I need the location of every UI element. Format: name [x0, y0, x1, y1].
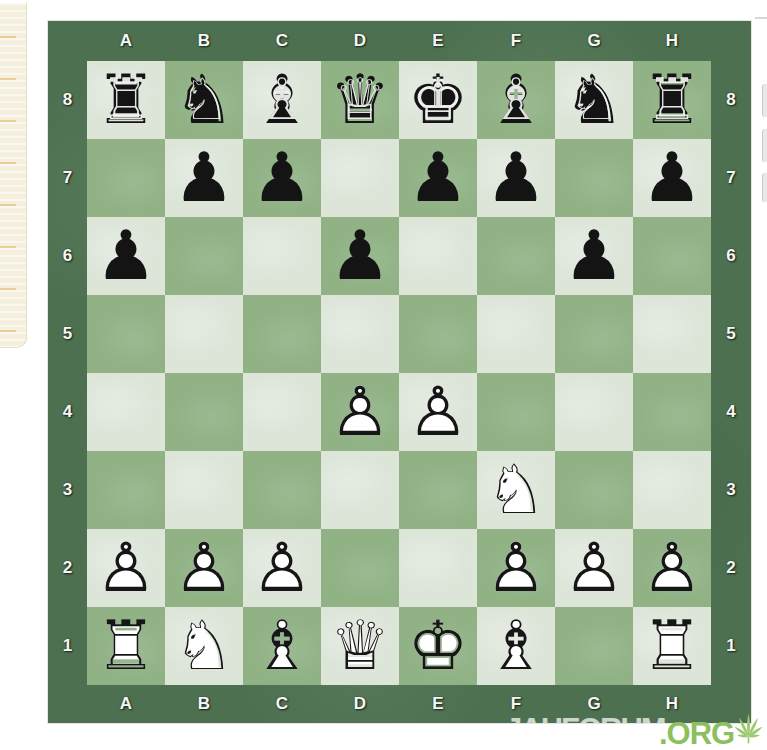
rank-label-5: 5 — [711, 295, 751, 373]
rank-label-1: 1 — [48, 607, 87, 685]
square-g7 — [555, 139, 633, 217]
chess-board: ABCDEFGH ABCDEFGH 87654321 87654321 ♜♖♞♘… — [48, 21, 751, 723]
square-g8: ♞♘ — [555, 61, 633, 139]
square-c4 — [243, 373, 321, 451]
black-rook-a8: ♜♖ — [87, 61, 165, 139]
white-pawn-a2: ♟♙ — [87, 529, 165, 607]
square-f7: ♟ — [477, 139, 555, 217]
square-d1: ♛♕ — [321, 607, 399, 685]
square-a7 — [87, 139, 165, 217]
square-a2: ♟♙ — [87, 529, 165, 607]
square-b6 — [165, 217, 243, 295]
rank-label-4: 4 — [711, 373, 751, 451]
square-h7: ♟ — [633, 139, 711, 217]
rank-label-6: 6 — [48, 217, 87, 295]
file-label-d: D — [321, 685, 399, 723]
watermark-domain: .ORG — [659, 718, 734, 749]
square-h5 — [633, 295, 711, 373]
square-b7: ♟ — [165, 139, 243, 217]
square-f4 — [477, 373, 555, 451]
rank-labels-left: 87654321 — [48, 61, 87, 685]
black-pawn-b7: ♟ — [165, 139, 243, 217]
square-e7: ♟ — [399, 139, 477, 217]
screenshot-root: { "game": "chess", "position": { "fen": … — [0, 0, 767, 750]
square-e6 — [399, 217, 477, 295]
rank-label-7: 7 — [48, 139, 87, 217]
cropped-page-divider — [755, 17, 767, 19]
white-knight-f3: ♞♘ — [477, 451, 555, 529]
cropped-sidebar-element — [762, 84, 767, 117]
square-e8: ♚♔ — [399, 61, 477, 139]
black-pawn-a6: ♟ — [87, 217, 165, 295]
black-queen-d8: ♛♕ — [321, 61, 399, 139]
square-d8: ♛♕ — [321, 61, 399, 139]
square-f8: ♝♗ — [477, 61, 555, 139]
file-label-a: A — [87, 21, 165, 61]
square-a6: ♟ — [87, 217, 165, 295]
square-f5 — [477, 295, 555, 373]
square-h4 — [633, 373, 711, 451]
watermark-site-name: JAHFORUM — [505, 714, 665, 723]
file-label-b: B — [165, 21, 243, 61]
square-h8: ♜♖ — [633, 61, 711, 139]
file-label-f: F — [477, 21, 555, 61]
rank-label-3: 3 — [48, 451, 87, 529]
white-rook-h1: ♜♖ — [633, 607, 711, 685]
square-g1 — [555, 607, 633, 685]
black-rook-h8: ♜♖ — [633, 61, 711, 139]
file-label-c: C — [243, 21, 321, 61]
square-a5 — [87, 295, 165, 373]
square-c6 — [243, 217, 321, 295]
white-pawn-h2: ♟♙ — [633, 529, 711, 607]
square-b4 — [165, 373, 243, 451]
rank-label-2: 2 — [711, 529, 751, 607]
square-d7 — [321, 139, 399, 217]
cannabis-leaf-icon — [730, 712, 767, 747]
square-c5 — [243, 295, 321, 373]
square-f1: ♝♗ — [477, 607, 555, 685]
file-label-g: G — [555, 21, 633, 61]
square-d3 — [321, 451, 399, 529]
square-a4 — [87, 373, 165, 451]
square-e5 — [399, 295, 477, 373]
rank-label-1: 1 — [711, 607, 751, 685]
square-g3 — [555, 451, 633, 529]
rank-label-4: 4 — [48, 373, 87, 451]
square-b2: ♟♙ — [165, 529, 243, 607]
black-pawn-h7: ♟ — [633, 139, 711, 217]
cropped-sidebar-element — [762, 173, 767, 202]
rank-label-6: 6 — [711, 217, 751, 295]
rank-label-5: 5 — [48, 295, 87, 373]
page-margin-strip — [0, 3, 27, 348]
white-bishop-c1: ♝♗ — [243, 607, 321, 685]
black-knight-g8: ♞♘ — [555, 61, 633, 139]
file-label-d: D — [321, 21, 399, 61]
white-knight-b1: ♞♘ — [165, 607, 243, 685]
black-bishop-c8: ♝♗ — [243, 61, 321, 139]
white-pawn-d4: ♟♙ — [321, 373, 399, 451]
square-d4: ♟♙ — [321, 373, 399, 451]
black-pawn-c7: ♟ — [243, 139, 321, 217]
square-c2: ♟♙ — [243, 529, 321, 607]
square-a1: ♜♖ — [87, 607, 165, 685]
square-d2 — [321, 529, 399, 607]
square-b8: ♞♘ — [165, 61, 243, 139]
white-pawn-f2: ♟♙ — [477, 529, 555, 607]
square-b3 — [165, 451, 243, 529]
square-e3 — [399, 451, 477, 529]
square-e2 — [399, 529, 477, 607]
file-label-e: E — [399, 685, 477, 723]
rank-label-8: 8 — [48, 61, 87, 139]
white-king-e1: ♚♔ — [399, 607, 477, 685]
white-pawn-c2: ♟♙ — [243, 529, 321, 607]
file-label-h: H — [633, 21, 711, 61]
white-pawn-e4: ♟♙ — [399, 373, 477, 451]
square-e1: ♚♔ — [399, 607, 477, 685]
square-c3 — [243, 451, 321, 529]
black-pawn-d6: ♟ — [321, 217, 399, 295]
square-g2: ♟♙ — [555, 529, 633, 607]
rank-label-8: 8 — [711, 61, 751, 139]
white-bishop-f1: ♝♗ — [477, 607, 555, 685]
cropped-sidebar-element — [762, 129, 767, 162]
black-knight-b8: ♞♘ — [165, 61, 243, 139]
square-c8: ♝♗ — [243, 61, 321, 139]
square-h3 — [633, 451, 711, 529]
file-label-a: A — [87, 685, 165, 723]
black-king-e8: ♚♔ — [399, 61, 477, 139]
square-g6: ♟ — [555, 217, 633, 295]
square-c7: ♟ — [243, 139, 321, 217]
rank-labels-right: 87654321 — [711, 61, 751, 685]
white-pawn-g2: ♟♙ — [555, 529, 633, 607]
square-a8: ♜♖ — [87, 61, 165, 139]
white-queen-d1: ♛♕ — [321, 607, 399, 685]
square-a3 — [87, 451, 165, 529]
file-label-c: C — [243, 685, 321, 723]
black-bishop-f8: ♝♗ — [477, 61, 555, 139]
black-pawn-g6: ♟ — [555, 217, 633, 295]
square-g5 — [555, 295, 633, 373]
square-b1: ♞♘ — [165, 607, 243, 685]
black-pawn-e7: ♟ — [399, 139, 477, 217]
square-g4 — [555, 373, 633, 451]
rank-label-7: 7 — [711, 139, 751, 217]
white-pawn-b2: ♟♙ — [165, 529, 243, 607]
file-label-e: E — [399, 21, 477, 61]
square-f2: ♟♙ — [477, 529, 555, 607]
square-c1: ♝♗ — [243, 607, 321, 685]
square-h6 — [633, 217, 711, 295]
white-rook-a1: ♜♖ — [87, 607, 165, 685]
square-e4: ♟♙ — [399, 373, 477, 451]
rank-label-2: 2 — [48, 529, 87, 607]
square-f3: ♞♘ — [477, 451, 555, 529]
rank-label-3: 3 — [711, 451, 751, 529]
file-label-b: B — [165, 685, 243, 723]
file-labels-top: ABCDEFGH — [87, 21, 711, 61]
square-h1: ♜♖ — [633, 607, 711, 685]
square-f6 — [477, 217, 555, 295]
square-b5 — [165, 295, 243, 373]
black-pawn-f7: ♟ — [477, 139, 555, 217]
square-d6: ♟ — [321, 217, 399, 295]
squares: ♜♖♞♘♝♗♛♕♚♔♝♗♞♘♜♖♟♟♟♟♟♟♟♟♟♙♟♙♞♘♟♙♟♙♟♙♟♙♟♙… — [87, 61, 711, 685]
square-d5 — [321, 295, 399, 373]
square-h2: ♟♙ — [633, 529, 711, 607]
